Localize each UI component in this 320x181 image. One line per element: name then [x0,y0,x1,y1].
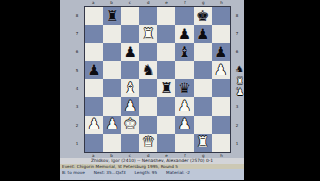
square-h4[interactable] [212,79,230,97]
white-rook-material-icon: ♜ [236,76,244,86]
file-label-d: d [139,0,157,6]
square-e7[interactable] [157,25,175,43]
square-c4[interactable]: ♝ [121,79,139,97]
chess-board[interactable]: ♜♚♜♟♟♟♝♟♟♞♟♝♜♛♟♟♟♟♚♟♛♜ [84,6,231,153]
file-label-b: b [102,0,120,6]
square-b8[interactable]: ♜ [103,7,121,25]
square-g2[interactable] [194,116,212,134]
piece-black-rook[interactable]: ♜ [160,81,173,96]
square-b3[interactable] [103,97,121,115]
white-pawn-material-icon: ♟ [236,87,244,97]
piece-black-pawn[interactable]: ♟ [88,63,101,78]
side-to-move-label: B: to move [62,170,85,181]
square-b6[interactable] [103,43,121,61]
rank-label-2: 2 [73,116,81,134]
file-labels-top: abcdefgh [84,0,231,6]
piece-white-pawn[interactable]: ♟ [88,117,101,132]
square-e1[interactable] [157,134,175,152]
square-g3[interactable] [194,97,212,115]
square-c5[interactable] [121,61,139,79]
rank-label-2: 2 [233,116,241,134]
piece-white-rook[interactable]: ♜ [142,26,155,41]
rank-label-3: 3 [73,98,81,116]
rank-label-8: 8 [233,6,241,24]
piece-black-king[interactable]: ♚ [196,8,209,23]
square-g6[interactable] [194,43,212,61]
square-e6[interactable] [157,43,175,61]
square-a6[interactable] [85,43,103,61]
square-e2[interactable] [157,116,175,134]
piece-black-rook[interactable]: ♜ [106,8,119,23]
piece-black-pawn[interactable]: ♟ [214,44,227,59]
square-f5[interactable] [175,61,193,79]
rank-label-1: 1 [73,134,81,152]
square-e5[interactable] [157,61,175,79]
piece-white-pawn[interactable]: ♟ [178,117,191,132]
file-label-f: f [176,0,194,6]
square-a8[interactable] [85,7,103,25]
square-f2[interactable]: ♟ [175,116,193,134]
square-e3[interactable] [157,97,175,115]
status-bar: B: to move Next: 35...Qxf3 Length: 95 Ma… [60,169,244,181]
square-a2[interactable]: ♟ [85,116,103,134]
square-h5[interactable]: ♟ [212,61,230,79]
square-f8[interactable] [175,7,193,25]
square-b7[interactable] [103,25,121,43]
rank-label-7: 7 [233,24,241,42]
square-h1[interactable] [212,134,230,152]
square-b2[interactable]: ♟ [103,116,121,134]
black-knight-material-icon: ♞ [236,64,244,74]
rank-label-5: 5 [73,61,81,79]
next-move-label: Next: 35...Qxf3 [94,170,126,181]
square-f6[interactable]: ♝ [175,43,193,61]
file-label-g: g [194,0,212,6]
square-e8[interactable] [157,7,175,25]
square-h8[interactable] [212,7,230,25]
square-g7[interactable]: ♟ [194,25,212,43]
chess-gui-panel: abcdefgh abcdefgh 87654321 87654321 ♜♚♜♟… [60,0,244,180]
piece-white-rook[interactable]: ♜ [196,135,209,150]
piece-white-queen[interactable]: ♛ [142,135,155,150]
material-imbalance-column: ♞♜♟ [236,64,244,97]
rank-label-4: 4 [73,79,81,97]
piece-white-pawn[interactable]: ♟ [124,99,137,114]
square-a7[interactable] [85,25,103,43]
game-length-label: Length: 95 [135,170,158,181]
piece-white-king[interactable]: ♚ [124,117,137,132]
piece-white-pawn[interactable]: ♟ [106,117,119,132]
square-f4[interactable]: ♛ [175,79,193,97]
file-label-h: h [212,0,230,6]
rank-label-1: 1 [233,134,241,152]
file-label-c: c [121,0,139,6]
square-d3[interactable] [139,97,157,115]
piece-black-pawn[interactable]: ♟ [124,44,137,59]
material-eval-label: Material: -2 [166,170,190,181]
piece-white-bishop[interactable]: ♝ [124,81,137,96]
square-c2[interactable]: ♚ [121,116,139,134]
square-g4[interactable] [194,79,212,97]
square-d6[interactable] [139,43,157,61]
square-f3[interactable]: ♟ [175,97,193,115]
square-f7[interactable]: ♟ [175,25,193,43]
file-label-a: a [84,0,102,6]
square-d1[interactable]: ♛ [139,134,157,152]
square-d4[interactable] [139,79,157,97]
video-letterbox-frame: abcdefgh abcdefgh 87654321 87654321 ♜♚♜♟… [0,0,320,180]
square-b1[interactable] [103,134,121,152]
square-c7[interactable] [121,25,139,43]
square-f1[interactable] [175,134,193,152]
square-c1[interactable] [121,134,139,152]
rank-label-3: 3 [233,98,241,116]
square-c3[interactable]: ♟ [121,97,139,115]
square-a4[interactable] [85,79,103,97]
square-a3[interactable] [85,97,103,115]
piece-black-pawn[interactable]: ♟ [196,26,209,41]
square-g8[interactable]: ♚ [194,7,212,25]
piece-black-knight[interactable]: ♞ [142,63,155,78]
file-label-e: e [157,0,175,6]
square-c6[interactable]: ♟ [121,43,139,61]
square-g5[interactable] [194,61,212,79]
rank-labels-left: 87654321 [73,6,81,153]
square-h3[interactable] [212,97,230,115]
square-h7[interactable] [212,25,230,43]
square-g1[interactable]: ♜ [194,134,212,152]
square-a1[interactable] [85,134,103,152]
square-d5[interactable]: ♞ [139,61,157,79]
square-b5[interactable] [103,61,121,79]
rank-label-6: 6 [73,43,81,61]
piece-white-pawn[interactable]: ♟ [214,63,227,78]
square-h6[interactable]: ♟ [212,43,230,61]
square-d2[interactable] [139,116,157,134]
square-a5[interactable]: ♟ [85,61,103,79]
square-h2[interactable] [212,116,230,134]
piece-white-pawn[interactable]: ♟ [178,99,191,114]
rank-label-7: 7 [73,24,81,42]
square-d7[interactable]: ♜ [139,25,157,43]
square-e4[interactable]: ♜ [157,79,175,97]
square-d8[interactable] [139,7,157,25]
rank-label-6: 6 [233,43,241,61]
square-b4[interactable] [103,79,121,97]
piece-black-pawn[interactable]: ♟ [178,26,191,41]
square-c8[interactable] [121,7,139,25]
piece-black-queen[interactable]: ♛ [178,81,191,96]
rank-label-8: 8 [73,6,81,24]
piece-black-bishop[interactable]: ♝ [178,44,191,59]
